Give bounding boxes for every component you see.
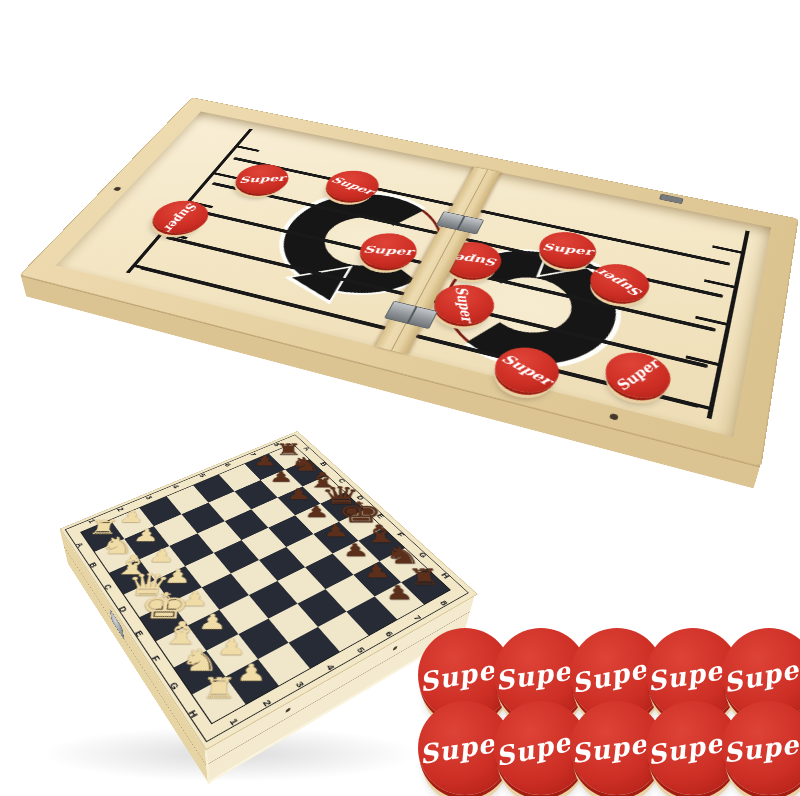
piece-glyph: ♟ <box>286 487 312 502</box>
goal-tick <box>133 264 160 273</box>
piece-glyph: ♟ <box>253 454 277 468</box>
puck-label: Super <box>239 173 285 185</box>
goal-tick <box>236 145 260 152</box>
frame-hole <box>609 413 619 421</box>
arrow-ring <box>440 247 621 370</box>
frame-hole <box>113 186 122 191</box>
product-photo: SuperSuperSuperSuperSuperSuperSuperSuper… <box>0 0 800 796</box>
puck-label: Super <box>593 266 646 298</box>
sling-puck-left-0[interactable]: Super <box>227 160 296 198</box>
chess-board: AA11BB22CC33DD44EE55FF66GG77HH88 ♜♞♝♛♚♝♞… <box>60 431 476 748</box>
box-hole <box>393 645 398 651</box>
hinge-icon <box>436 211 485 234</box>
field-line <box>450 268 716 332</box>
piece-glyph: ♟ <box>341 542 370 560</box>
puck-label: Super <box>722 728 800 769</box>
piece-glyph: ♟ <box>118 509 146 525</box>
goal-tick <box>212 172 237 179</box>
puck-label: Super <box>498 351 556 388</box>
puck-label: Super <box>446 251 498 268</box>
latch-icon <box>659 194 684 204</box>
puck-label: Super <box>362 244 413 258</box>
arrow-ring-outline <box>436 245 627 374</box>
chess-section: AA11BB22CC33DD44EE55FF66GG77HH88 ♜♞♝♛♚♝♞… <box>59 300 459 700</box>
sling-puck-left-2[interactable]: Super <box>143 196 217 238</box>
piece-glyph: ♟ <box>303 504 330 520</box>
sling-board-right-wall <box>754 219 798 487</box>
field-line <box>480 210 730 266</box>
puck-label: Super <box>611 356 664 393</box>
field-line <box>433 299 708 368</box>
spare-pucks-tray: SuperSuperSuperSuperSuperSuperSuperSuper… <box>418 628 800 796</box>
piece-glyph: ♟ <box>322 522 350 539</box>
sling-puck-right-9[interactable]: Super <box>600 346 676 404</box>
puck-label: Super <box>542 241 593 258</box>
sling-puck-right-7[interactable]: Super <box>584 259 653 307</box>
goal-tick <box>686 355 719 366</box>
sling-puck-right-8[interactable]: Super <box>487 341 565 399</box>
spare-puck-10[interactable]: Super <box>722 701 800 795</box>
goal-tick <box>704 279 734 288</box>
field-line <box>465 238 723 298</box>
puck-label: Super <box>160 202 202 233</box>
goal-line-right <box>707 230 750 419</box>
goal-tick <box>695 316 726 326</box>
goal-tick <box>675 398 709 409</box>
goal-tick <box>712 245 741 253</box>
box-hole <box>286 707 291 713</box>
piece-glyph: ♟ <box>269 470 294 485</box>
puck-label: Super <box>328 175 376 197</box>
puck-label: Super <box>721 652 800 699</box>
